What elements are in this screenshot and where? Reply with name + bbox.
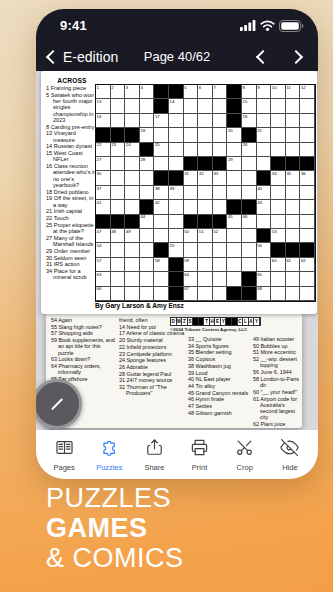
grid-block <box>169 272 184 286</box>
grid-cell <box>140 229 155 243</box>
grid-cell: 29 <box>227 157 242 171</box>
sheet-clue: 55 Slang high notes? <box>51 324 115 330</box>
grid-cell <box>140 243 155 257</box>
grid-cell <box>154 157 169 171</box>
grid-cell <box>154 272 169 286</box>
grid-block <box>154 243 169 257</box>
grid-block <box>213 215 228 229</box>
grid-cell: 47 <box>96 229 111 243</box>
pages-icon <box>55 438 74 461</box>
grid-cell <box>242 157 257 171</box>
grid-cell: 11 <box>286 85 301 99</box>
grid-block <box>242 200 257 214</box>
grid-cell <box>198 243 213 257</box>
grid-cell: 34 <box>271 171 286 185</box>
grid-cell <box>198 128 213 142</box>
grid-cell: 35 <box>286 171 301 185</box>
grid-cell <box>300 143 315 157</box>
grid-cell <box>271 128 286 142</box>
byline: By Gary Larson & Amy Ensz <box>95 302 184 309</box>
grid-cell <box>300 114 315 128</box>
grid-block <box>242 272 257 286</box>
grid-block <box>169 287 184 301</box>
grid-block <box>286 243 301 257</box>
hide-icon <box>280 438 299 461</box>
grid-cell: 67 <box>184 287 199 301</box>
sheet-clue: 32 Thurman of "The Producers" <box>119 384 185 397</box>
across-clue: 5 Swiatek who won her fourth major singl… <box>46 92 98 124</box>
grid-cell: 41 <box>96 200 111 214</box>
sheet-clue: 52 __-wip: dessert topping <box>253 356 301 369</box>
grid-cell: 2 <box>111 85 126 99</box>
toolbar-item-crop[interactable]: Crop <box>224 438 266 472</box>
grid-cell <box>286 186 301 200</box>
across-clue: 21 Irish capital <box>46 208 98 214</box>
grid-cell <box>257 143 272 157</box>
sheet-clue: 60 "__ your head!" <box>253 389 301 395</box>
grid-cell: 28 <box>140 157 155 171</box>
sheet-clue: 26 Adorable <box>119 364 185 370</box>
grid-cell <box>242 229 257 243</box>
grid-cell: 23 <box>111 143 126 157</box>
grid-cell <box>184 99 199 113</box>
grid-cell: 27 <box>96 157 111 171</box>
grid-cell: 55 <box>169 243 184 257</box>
grid-cell <box>213 128 228 142</box>
grid-cell: 3 <box>125 85 140 99</box>
page-indicator: Page 40/62 <box>144 49 211 64</box>
across-clue: 8 Carding pre-entry <box>46 124 98 130</box>
sheet-clue: 20 Sturdy material <box>119 337 185 343</box>
grid-cell <box>125 272 140 286</box>
grid-cell <box>300 272 315 286</box>
grid-cell: 59 <box>184 258 199 272</box>
grid-cell <box>154 229 169 243</box>
grid-cell <box>300 200 315 214</box>
across-clue: 16 Class reunion attendee who's in no on… <box>46 163 98 188</box>
sheet-clue: 49 Italian scooter <box>253 336 301 342</box>
toolbar-item-share[interactable]: Share <box>133 438 175 472</box>
grid-cell <box>169 200 184 214</box>
grid-cell <box>111 99 126 113</box>
grid-cell <box>184 186 199 200</box>
grid-cell <box>125 157 140 171</box>
grid-cell <box>242 186 257 200</box>
grid-cell <box>213 200 228 214</box>
sheet-clue: 56 June 6, 1944 <box>253 369 301 375</box>
grid-cell <box>140 171 155 185</box>
back-button[interactable]: E-edition <box>48 49 118 65</box>
grid-cell: 48 <box>111 229 126 243</box>
grid-cell <box>213 186 228 200</box>
across-clues: 1 Framing piece5 Swiatek who won her fou… <box>46 85 98 281</box>
sheet-clue: 36 Copious <box>188 356 250 362</box>
grid-cell <box>286 272 301 286</box>
grid-block <box>198 215 213 229</box>
across-clue: 30 Seldom seen <box>46 255 98 261</box>
grid-block <box>184 157 199 171</box>
grid-block <box>111 215 126 229</box>
grid-cell: 22 <box>96 143 111 157</box>
grid-cell: 63 <box>96 272 111 286</box>
across-panel: ACROSS 1 Framing piece5 Swiatek who won … <box>46 77 98 281</box>
grid-cell <box>184 243 199 257</box>
toolbar-label: Pages <box>54 463 75 472</box>
grid-block <box>111 128 126 142</box>
grid-cell <box>169 229 184 243</box>
grid-block <box>125 215 140 229</box>
sheet-clue: 50 Bubbles up <box>253 343 301 349</box>
grid-block <box>154 171 169 185</box>
print-icon <box>190 438 209 461</box>
grid-cell: 57 <box>96 258 111 272</box>
crossword-grid[interactable]: 1234567891011121314151617181920212223242… <box>95 84 316 302</box>
grid-cell: 19 <box>140 128 155 142</box>
grid-cell <box>300 215 315 229</box>
grid-cell <box>169 114 184 128</box>
grid-cell <box>257 157 272 171</box>
sheet-clue: friend, often <box>119 317 185 323</box>
grid-block <box>271 157 286 171</box>
sheet-clue: 17 Arlene of classic cinema <box>119 330 185 336</box>
grid-cell <box>125 99 140 113</box>
grid-cell: 6 <box>198 85 213 99</box>
grid-cell <box>111 287 126 301</box>
clue-column-2: friend, often14 Need for poi17 Arlene of… <box>119 317 185 397</box>
sheet-clue: 24 Sponge features <box>119 357 185 363</box>
across-clue: 25 Proper etiquette at the plate? <box>46 222 98 235</box>
grid-cell <box>271 143 286 157</box>
sheet-clue: 62 Plant juice <box>253 421 301 427</box>
grid-cell <box>213 243 228 257</box>
grid-block <box>271 243 286 257</box>
grid-cell: 1 <box>96 85 111 99</box>
promo-line-1: PUZZLES <box>46 483 184 513</box>
grid-cell <box>154 128 169 142</box>
grid-cell <box>125 243 140 257</box>
grid-cell <box>271 114 286 128</box>
grid-cell <box>213 272 228 286</box>
across-clue: 29 Order member <box>46 248 98 254</box>
progress-line-icon <box>51 398 63 410</box>
grid-block <box>213 157 228 171</box>
across-clue: 22 Touch <box>46 215 98 221</box>
grid-cell: 12 <box>300 85 315 99</box>
signal-icon <box>240 20 256 31</box>
clue-column-3: 33 __ Quixote34 Sports figures35 Blender… <box>188 336 250 416</box>
battery-icon <box>279 20 304 32</box>
grid-cell: 42 <box>154 200 169 214</box>
grid-cell: 33 <box>213 171 228 185</box>
puzzle-card: ACROSS 1 Framing piece5 Swiatek who won … <box>41 71 317 314</box>
grid-cell <box>300 229 315 243</box>
grid-cell <box>125 287 140 301</box>
across-clue: 27 Many of the Marshall Islands <box>46 235 98 248</box>
grid-cell: 5 <box>184 85 199 99</box>
grid-cell <box>286 143 301 157</box>
grid-cell <box>271 287 286 301</box>
grid-cell <box>198 287 213 301</box>
grid-cell <box>140 272 155 286</box>
across-clue: 31 IRS action <box>46 261 98 267</box>
grid-cell <box>140 258 155 272</box>
toolbar-item-puzzles[interactable]: Puzzles <box>88 438 130 472</box>
grid-cell <box>184 128 199 142</box>
grid-cell <box>125 258 140 272</box>
grid-cell <box>198 99 213 113</box>
grid-cell <box>198 143 213 157</box>
grid-cell: 44 <box>140 215 155 229</box>
clock: 9:41 <box>60 18 87 33</box>
grid-block <box>227 200 242 214</box>
across-clue: 13 Vineyard measure <box>46 130 98 143</box>
grid-cell <box>286 114 301 128</box>
grid-block <box>198 157 213 171</box>
grid-cell <box>184 143 199 157</box>
puzzles-icon <box>100 438 119 461</box>
grid-cell: 9 <box>257 85 272 99</box>
grid-cell <box>257 258 272 272</box>
grid-cell <box>198 258 213 272</box>
grid-cell <box>111 200 126 214</box>
phone-mockup: 9:41 E-edition Page 40/62 ACROSS 1 Frami… <box>36 9 318 479</box>
grid-cell <box>125 171 140 185</box>
sheet-clue: 63 Looks down? <box>51 356 115 362</box>
share-icon <box>145 438 164 461</box>
grid-cell: 36 <box>300 171 315 185</box>
grid-cell <box>286 229 301 243</box>
grid-cell: 38 <box>154 186 169 200</box>
sheet-clue: 28 Guitar legend Paul <box>119 371 185 377</box>
grid-block <box>96 128 111 142</box>
grid-block <box>184 215 199 229</box>
grid-block <box>169 258 184 272</box>
grid-cell: 13 <box>96 99 111 113</box>
sheet-clue: 39 Loud <box>188 370 250 376</box>
grid-cell <box>184 200 199 214</box>
grid-cell <box>227 171 242 185</box>
grid-cell <box>300 128 315 142</box>
back-label: E-edition <box>63 49 118 65</box>
grid-cell <box>286 128 301 142</box>
grid-cell <box>227 243 242 257</box>
grid-cell: 4 <box>140 85 155 99</box>
across-clue: 34 Place for a mineral scrub <box>46 268 98 281</box>
grid-cell <box>111 272 126 286</box>
grid-block <box>227 287 242 301</box>
grid-cell <box>140 114 155 128</box>
across-clue: 15 West Coast NFLer <box>46 150 98 163</box>
grid-block <box>227 99 242 113</box>
grid-cell <box>271 200 286 214</box>
clue-sheet: DMZSTHEYCLAY ©2024 Tribune Content Agenc… <box>46 313 302 428</box>
grid-cell <box>271 215 286 229</box>
grid-cell <box>198 114 213 128</box>
across-clue: 14 Russian dynast <box>46 143 98 149</box>
grid-cell: 66 <box>96 287 111 301</box>
sheet-clue: 59 Book supplements, and an apt title fo… <box>51 337 115 356</box>
grid-cell: 62 <box>300 258 315 272</box>
grid-cell: 15 <box>242 99 257 113</box>
back-chevron-icon <box>46 49 60 63</box>
grid-cell <box>111 171 126 185</box>
grid-block <box>300 157 315 171</box>
grid-block <box>169 85 184 99</box>
grid-cell <box>227 143 242 157</box>
grid-block <box>257 171 272 185</box>
grid-cell: 61 <box>286 258 301 272</box>
grid-cell <box>227 186 242 200</box>
sheet-clue: 47 Settles <box>188 403 250 409</box>
grid-cell: 17 <box>154 114 169 128</box>
grid-cell: 54 <box>96 243 111 257</box>
toolbar-item-pages[interactable]: Pages <box>43 438 85 472</box>
grid-cell: 20 <box>227 128 242 142</box>
toolbar-label: Crop <box>237 463 253 472</box>
grid-block <box>169 171 184 185</box>
grid-cell: 16 <box>96 114 111 128</box>
grid-cell <box>111 243 126 257</box>
grid-cell <box>227 258 242 272</box>
grid-cell <box>257 99 272 113</box>
sheet-clue: 33 __ Quixote <box>188 336 250 342</box>
top-bar: 9:41 E-edition Page 40/62 <box>36 9 318 71</box>
grid-cell <box>271 186 286 200</box>
grid-cell: 49 <box>125 229 140 243</box>
sheet-clue: 38 Washbasin jug <box>188 363 250 369</box>
grid-cell <box>271 99 286 113</box>
sheet-clue: 34 Sports figures <box>188 343 250 349</box>
grid-cell <box>140 99 155 113</box>
sheet-clue: 22 Infield protectors <box>119 344 185 350</box>
grid-cell <box>227 229 242 243</box>
sheet-clue: 44 Tin alloy <box>188 383 250 389</box>
toolbar-label: Share <box>144 463 164 472</box>
sheet-clue: 45 Grand Canyon rentals <box>188 390 250 396</box>
grid-cell <box>213 287 228 301</box>
grid-cell: 18 <box>242 114 257 128</box>
grid-cell <box>257 215 272 229</box>
grid-cell <box>125 186 140 200</box>
grid-cell: 37 <box>96 186 111 200</box>
grid-cell: 43 <box>257 200 272 214</box>
grid-cell <box>111 114 126 128</box>
grid-cell: 56 <box>257 243 272 257</box>
grid-block <box>140 200 155 214</box>
grid-cell <box>198 186 213 200</box>
grid-cell <box>242 243 257 257</box>
grid-cell <box>111 157 126 171</box>
grid-cell <box>213 258 228 272</box>
grid-cell <box>140 186 155 200</box>
across-clue: 1 Framing piece <box>46 85 98 91</box>
sheet-clue: 14 Need for poi <box>119 324 185 330</box>
sheet-clue: 40 NL East player <box>188 376 250 382</box>
prev-page-button[interactable] <box>255 45 271 69</box>
grid-cell: 51 <box>198 229 213 243</box>
sheet-clue: 54 Again <box>51 317 115 323</box>
grid-cell <box>169 215 184 229</box>
sheet-clue: 64 Pharmacy orders, informally <box>51 363 115 376</box>
grid-cell <box>242 258 257 272</box>
grid-block <box>286 157 301 171</box>
grid-cell: 7 <box>213 85 228 99</box>
grid-cell <box>111 186 126 200</box>
across-clue: 19 Off the street, in a way <box>46 195 98 208</box>
grid-cell: 68 <box>257 287 272 301</box>
sheet-clue: 31 24/7 money source <box>119 377 185 383</box>
grid-cell <box>300 186 315 200</box>
grid-cell <box>125 200 140 214</box>
promo-line-2: GAMES <box>46 513 184 543</box>
grid-cell: 46 <box>242 215 257 229</box>
next-page-button[interactable] <box>288 45 304 69</box>
grid-cell: 64 <box>184 272 199 286</box>
grid-cell <box>286 215 301 229</box>
grid-block <box>125 128 140 142</box>
sheet-clue: 58 London-to-Paris dir. <box>253 376 301 389</box>
grid-cell <box>169 128 184 142</box>
grid-cell <box>286 99 301 113</box>
grid-cell: 40 <box>257 186 272 200</box>
grid-cell: 50 <box>184 229 199 243</box>
strip-letter: Y <box>254 318 260 325</box>
grid-block <box>242 128 257 142</box>
grid-cell <box>213 114 228 128</box>
grid-cell <box>125 114 140 128</box>
grid-cell <box>111 258 126 272</box>
grid-cell: 21 <box>257 128 272 142</box>
grid-cell <box>198 200 213 214</box>
promo-line-3: & COMICS <box>46 543 184 573</box>
grid-cell: 52 <box>213 229 228 243</box>
grid-cell <box>271 272 286 286</box>
promo-text: PUZZLES GAMES & COMICS <box>46 483 184 573</box>
grid-cell: 8 <box>242 85 257 99</box>
grid-cell <box>257 114 272 128</box>
grid-cell: 31 <box>184 171 199 185</box>
grid-cell: 30 <box>96 171 111 185</box>
sheet-clue: 48 Gibson garnish <box>188 410 250 416</box>
sheet-clue: 51 More eccentric <box>253 349 301 355</box>
grid-cell: 60 <box>271 258 286 272</box>
sheet-clue: 57 Shopping aids <box>51 330 115 336</box>
grid-cell <box>184 114 199 128</box>
grid-cell <box>169 143 184 157</box>
grid-block <box>300 243 315 257</box>
sheet-clue: 23 Centipede platform <box>119 351 185 357</box>
grid-block <box>140 143 155 157</box>
grid-cell <box>300 99 315 113</box>
grid-cell <box>169 157 184 171</box>
grid-block <box>242 287 257 301</box>
grid-cell <box>213 99 228 113</box>
grid-cell <box>198 272 213 286</box>
toolbar-item-hide[interactable]: Hide <box>269 438 311 472</box>
grid-cell: 58 <box>154 258 169 272</box>
grid-cell <box>154 215 169 229</box>
grid-cell: 32 <box>198 171 213 185</box>
toolbar-item-print[interactable]: Print <box>179 438 221 472</box>
sheet-clue: 61 Airport code for Australia's second l… <box>253 396 301 421</box>
grid-block <box>227 85 242 99</box>
grid-cell: 26 <box>242 143 257 157</box>
sheet-clue: 46 Hymn finale <box>188 396 250 402</box>
wifi-icon <box>260 20 275 31</box>
grid-cell <box>300 287 315 301</box>
crop-icon <box>235 438 254 461</box>
grid-cell <box>286 200 301 214</box>
